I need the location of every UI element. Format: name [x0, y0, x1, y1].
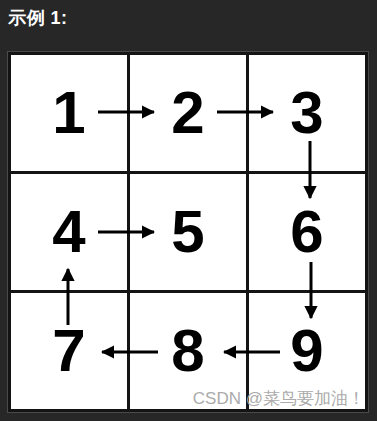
cell-r2c3: 6	[249, 174, 365, 290]
cell-r1c1: 1	[11, 55, 127, 171]
cell-r3c2: 8	[130, 293, 246, 409]
cell-r1c3: 3	[249, 55, 365, 171]
example-figure: 示例 1: 1 2 3 4 5 6 7 8 9 CSDN @菜鸟要加油！	[0, 0, 377, 421]
cell-r3c3: 9	[249, 293, 365, 409]
example-heading: 示例 1:	[8, 6, 68, 30]
cell-r1c2: 2	[130, 55, 246, 171]
cell-r2c1: 4	[11, 174, 127, 290]
cell-r2c2: 5	[130, 174, 246, 290]
cell-r3c1: 7	[11, 293, 127, 409]
matrix-board: 1 2 3 4 5 6 7 8 9 CSDN @菜鸟要加油！	[8, 52, 368, 412]
